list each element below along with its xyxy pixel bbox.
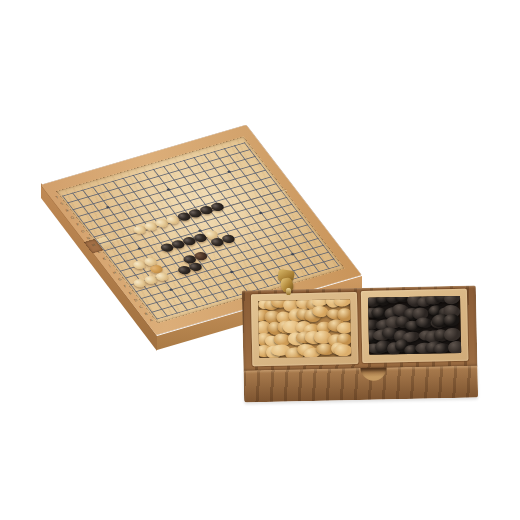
- black-stone: [447, 341, 461, 355]
- clasp-pin-icon: [286, 288, 291, 295]
- black-stone: [443, 313, 460, 327]
- product-photo-go-set: { "game": "go", "scene_description": "Wo…: [0, 0, 520, 520]
- light-stone-pile: [258, 299, 351, 358]
- wooden-stone: [334, 344, 351, 357]
- stone-tray: [242, 286, 478, 405]
- black-stone-pile: [368, 296, 461, 355]
- tray-compartment-black-stones: [361, 289, 468, 363]
- brass-clasp: [272, 270, 302, 296]
- tray-compartment-light-stones: [251, 292, 358, 366]
- black-stone: [443, 296, 461, 306]
